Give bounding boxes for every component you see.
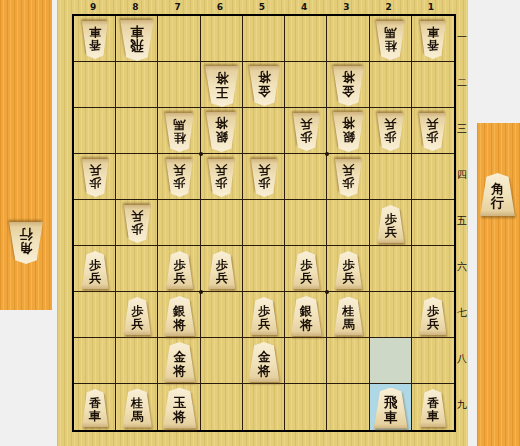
- piece-kanji: 王将: [215, 71, 228, 99]
- piece-kanji: 角行: [20, 228, 33, 256]
- kanji-char: 車: [89, 410, 101, 423]
- gote-lance[interactable]: 香車: [419, 21, 447, 59]
- piece-kanji: 歩兵: [427, 305, 439, 330]
- piece-body: 歩兵: [250, 159, 279, 197]
- piece-body: 桂馬: [122, 389, 153, 428]
- kanji-char: 将: [173, 364, 186, 377]
- kanji-char: 馬: [131, 410, 143, 423]
- rank-label-5: 五: [454, 198, 470, 244]
- kanji-char: 兵: [258, 164, 270, 177]
- sente-pawn[interactable]: 歩兵: [418, 297, 447, 335]
- piece-body: 歩兵: [165, 251, 194, 289]
- piece-body: 歩兵: [123, 297, 152, 335]
- piece-kanji: 香車: [89, 397, 101, 422]
- sente-hand-stand: 角行: [477, 123, 520, 446]
- file-label-8: 8: [114, 0, 156, 14]
- kanji-char: 桂: [385, 39, 397, 52]
- kanji-char: 将: [173, 410, 186, 424]
- kanji-char: 兵: [174, 164, 186, 177]
- piece-body: 香車: [419, 389, 447, 427]
- sente-pawn[interactable]: 歩兵: [123, 297, 152, 335]
- file-label-5: 5: [241, 0, 283, 14]
- piece-kanji: 金将: [258, 350, 271, 377]
- gote-lance[interactable]: 香車: [81, 21, 109, 59]
- piece-body: 銀将: [290, 296, 323, 336]
- rank-labels: 一二三四五六七八九: [454, 14, 470, 428]
- piece-body: 歩兵: [250, 297, 279, 335]
- piece-body: 歩兵: [418, 113, 447, 151]
- rank-label-6: 六: [454, 244, 470, 290]
- kanji-char: 兵: [342, 164, 354, 177]
- file-label-9: 9: [72, 0, 114, 14]
- gote-pawn[interactable]: 歩兵: [292, 113, 321, 151]
- kanji-char: 将: [173, 318, 186, 331]
- rank-label-4: 四: [454, 152, 470, 198]
- piece-body: 歩兵: [376, 113, 405, 151]
- sente-lance[interactable]: 香車: [419, 389, 447, 427]
- piece-kanji: 桂馬: [385, 26, 397, 51]
- piece-body: 歩兵: [334, 159, 363, 197]
- piece-kanji: 歩兵: [89, 259, 101, 284]
- sente-pawn[interactable]: 歩兵: [81, 251, 110, 289]
- kanji-char: 馬: [174, 118, 186, 131]
- kanji-char: 行: [20, 228, 33, 242]
- piece-body: 歩兵: [376, 205, 405, 243]
- piece-body: 歩兵: [418, 297, 447, 335]
- kanji-char: 歩: [258, 305, 270, 318]
- kanji-char: 兵: [89, 164, 101, 177]
- piece-body: 金将: [248, 66, 281, 106]
- piece-body: 歩兵: [123, 205, 152, 243]
- piece-kanji: 歩兵: [258, 305, 270, 330]
- file-label-7: 7: [156, 0, 198, 14]
- sente-pawn[interactable]: 歩兵: [250, 297, 279, 335]
- piece-kanji: 飛車: [131, 24, 145, 53]
- kanji-char: 銀: [300, 304, 313, 317]
- piece-body: 桂馬: [375, 21, 406, 60]
- kanji-char: 歩: [174, 259, 186, 272]
- kanji-char: 歩: [131, 223, 143, 236]
- kanji-char: 歩: [131, 305, 143, 318]
- file-labels: 987654321: [72, 0, 452, 14]
- kanji-char: 将: [258, 71, 271, 84]
- gote-gold[interactable]: 金将: [332, 66, 365, 106]
- kanji-char: 兵: [89, 272, 101, 285]
- gote-knight[interactable]: 桂馬: [164, 113, 195, 152]
- kanji-char: 馬: [342, 318, 354, 331]
- gote-pawn[interactable]: 歩兵: [376, 113, 405, 151]
- kanji-char: 歩: [258, 177, 270, 190]
- piece-body: 歩兵: [81, 251, 110, 289]
- sente-king[interactable]: 玉将: [162, 388, 198, 429]
- piece-kanji: 歩兵: [216, 259, 228, 284]
- kanji-char: 歩: [427, 305, 439, 318]
- piece-body: 歩兵: [207, 159, 236, 197]
- shogi-board-panel: 987654321 一二三四五六七八九 香車飛車桂馬香車王将金将金将桂馬銀将歩兵…: [57, 0, 468, 446]
- gote-silver[interactable]: 銀将: [332, 112, 365, 152]
- piece-kanji: 歩兵: [89, 164, 101, 189]
- kanji-char: 金: [342, 85, 355, 98]
- piece-kanji: 歩兵: [258, 164, 270, 189]
- kanji-char: 兵: [385, 226, 397, 239]
- sente-knight[interactable]: 桂馬: [333, 297, 364, 336]
- kanji-char: 歩: [385, 131, 397, 144]
- kanji-char: 桂: [342, 305, 354, 318]
- kanji-char: 兵: [216, 272, 228, 285]
- gote-silver[interactable]: 銀将: [205, 112, 238, 152]
- gote-rook[interactable]: 飛車: [119, 20, 155, 61]
- file-label-1: 1: [410, 0, 452, 14]
- piece-body: 金将: [248, 342, 281, 382]
- kanji-char: 歩: [89, 259, 101, 272]
- sente-knight[interactable]: 桂馬: [122, 389, 153, 428]
- sente-bishop[interactable]: 角行: [479, 173, 516, 216]
- piece-kanji: 歩兵: [300, 118, 312, 143]
- piece-kanji: 角行: [491, 182, 504, 210]
- piece-kanji: 銀将: [216, 117, 229, 144]
- piece-body: 桂馬: [164, 113, 195, 152]
- piece-kanji: 銀将: [300, 304, 313, 331]
- piece-kanji: 歩兵: [131, 210, 143, 235]
- piece-body: 歩兵: [292, 113, 321, 151]
- kanji-char: 金: [173, 350, 186, 363]
- kanji-char: 飛: [131, 39, 145, 53]
- piece-body: 角行: [8, 222, 44, 264]
- sente-pawn[interactable]: 歩兵: [292, 251, 321, 289]
- piece-kanji: 歩兵: [174, 164, 186, 189]
- file-label-3: 3: [325, 0, 367, 14]
- sente-silver[interactable]: 銀将: [290, 296, 323, 336]
- kanji-char: 角: [491, 182, 504, 196]
- kanji-char: 将: [300, 318, 313, 331]
- piece-kanji: 銀将: [342, 117, 355, 144]
- kanji-char: 行: [491, 196, 504, 210]
- rank-label-9: 九: [454, 382, 470, 428]
- kanji-char: 銀: [173, 304, 186, 317]
- gote-king[interactable]: 王将: [204, 66, 240, 107]
- sente-pawn[interactable]: 歩兵: [376, 205, 405, 243]
- piece-body: 王将: [204, 66, 240, 107]
- gote-gold[interactable]: 金将: [248, 66, 281, 106]
- kanji-char: 香: [427, 39, 439, 52]
- kanji-char: 将: [258, 364, 271, 377]
- kanji-char: 桂: [174, 131, 186, 144]
- shogi-board: 香車飛車桂馬香車王将金将金将桂馬銀将歩兵銀将歩兵歩兵歩兵歩兵歩兵歩兵歩兵歩兵歩兵…: [72, 14, 456, 432]
- piece-kanji: 歩兵: [342, 164, 354, 189]
- kanji-char: 桂: [131, 397, 143, 410]
- piece-body: 銀将: [332, 112, 365, 152]
- piece-kanji: 玉将: [173, 396, 186, 424]
- sente-lance[interactable]: 香車: [81, 389, 109, 427]
- kanji-char: 車: [427, 26, 439, 39]
- piece-body: 香車: [81, 389, 109, 427]
- gote-pawn[interactable]: 歩兵: [81, 159, 110, 197]
- kanji-char: 王: [215, 85, 228, 99]
- gote-knight[interactable]: 桂馬: [375, 21, 406, 60]
- piece-layer: 香車飛車桂馬香車王将金将金将桂馬銀将歩兵銀将歩兵歩兵歩兵歩兵歩兵歩兵歩兵歩兵歩兵…: [74, 16, 454, 430]
- piece-body: 歩兵: [334, 251, 363, 289]
- kanji-char: 兵: [300, 118, 312, 131]
- sente-pawn[interactable]: 歩兵: [334, 251, 363, 289]
- piece-kanji: 桂馬: [131, 397, 143, 422]
- piece-kanji: 歩兵: [385, 213, 397, 238]
- gote-pawn[interactable]: 歩兵: [165, 159, 194, 197]
- kanji-char: 金: [258, 85, 271, 98]
- rank-label-7: 七: [454, 290, 470, 336]
- piece-kanji: 金将: [342, 71, 355, 98]
- kanji-char: 歩: [342, 177, 354, 190]
- piece-kanji: 飛車: [384, 395, 398, 424]
- kanji-char: 兵: [131, 318, 143, 331]
- piece-body: 歩兵: [292, 251, 321, 289]
- piece-body: 香車: [419, 21, 447, 59]
- gote-pawn[interactable]: 歩兵: [207, 159, 236, 197]
- piece-kanji: 歩兵: [342, 259, 354, 284]
- piece-body: 角行: [479, 173, 516, 216]
- kanji-char: 歩: [427, 131, 439, 144]
- piece-kanji: 桂馬: [342, 305, 354, 330]
- kanji-char: 兵: [300, 272, 312, 285]
- gote-bishop[interactable]: 角行: [8, 222, 44, 264]
- gote-hand-stand: 角行: [0, 0, 52, 310]
- piece-kanji: 歩兵: [300, 259, 312, 284]
- piece-body: 歩兵: [207, 251, 236, 289]
- kanji-char: 兵: [342, 272, 354, 285]
- kanji-char: 車: [384, 410, 398, 424]
- kanji-char: 将: [342, 71, 355, 84]
- kanji-char: 香: [89, 39, 101, 52]
- piece-body: 歩兵: [81, 159, 110, 197]
- kanji-char: 車: [427, 410, 439, 423]
- kanji-char: 歩: [300, 131, 312, 144]
- piece-body: 飛車: [119, 20, 155, 61]
- rank-label-2: 二: [454, 60, 470, 106]
- piece-body: 銀将: [205, 112, 238, 152]
- piece-body: 歩兵: [165, 159, 194, 197]
- piece-body: 香車: [81, 21, 109, 59]
- file-label-6: 6: [199, 0, 241, 14]
- rank-label-8: 八: [454, 336, 470, 382]
- gote-pawn[interactable]: 歩兵: [418, 113, 447, 151]
- rank-label-3: 三: [454, 106, 470, 152]
- piece-body: 玉将: [162, 388, 198, 429]
- kanji-char: 飛: [384, 395, 398, 409]
- kanji-char: 歩: [216, 259, 228, 272]
- piece-kanji: 歩兵: [385, 118, 397, 143]
- file-label-4: 4: [283, 0, 325, 14]
- file-label-2: 2: [368, 0, 410, 14]
- kanji-char: 将: [216, 117, 229, 130]
- kanji-char: 歩: [174, 177, 186, 190]
- piece-kanji: 香車: [89, 26, 101, 51]
- kanji-char: 将: [342, 117, 355, 130]
- gote-pawn[interactable]: 歩兵: [123, 205, 152, 243]
- kanji-char: 兵: [427, 318, 439, 331]
- kanji-char: 車: [131, 24, 145, 38]
- gote-pawn[interactable]: 歩兵: [334, 159, 363, 197]
- kanji-char: 兵: [216, 164, 228, 177]
- kanji-char: 歩: [385, 213, 397, 226]
- piece-kanji: 銀将: [173, 304, 186, 331]
- piece-kanji: 歩兵: [131, 305, 143, 330]
- piece-body: 金将: [332, 66, 365, 106]
- piece-kanji: 香車: [427, 397, 439, 422]
- kanji-char: 歩: [300, 259, 312, 272]
- kanji-char: 歩: [216, 177, 228, 190]
- piece-kanji: 桂馬: [174, 118, 186, 143]
- sente-silver[interactable]: 銀将: [163, 296, 196, 336]
- kanji-char: 車: [89, 26, 101, 39]
- piece-body: 銀将: [163, 296, 196, 336]
- kanji-char: 角: [20, 242, 33, 256]
- sente-pawn[interactable]: 歩兵: [207, 251, 236, 289]
- sente-rook[interactable]: 飛車: [373, 388, 409, 429]
- piece-kanji: 歩兵: [174, 259, 186, 284]
- sente-pawn[interactable]: 歩兵: [165, 251, 194, 289]
- kanji-char: 兵: [131, 210, 143, 223]
- sente-gold[interactable]: 金将: [163, 342, 196, 382]
- kanji-char: 香: [427, 397, 439, 410]
- kanji-char: 兵: [258, 318, 270, 331]
- kanji-char: 銀: [342, 131, 355, 144]
- piece-body: 桂馬: [333, 297, 364, 336]
- kanji-char: 将: [215, 71, 228, 85]
- kanji-char: 金: [258, 350, 271, 363]
- piece-body: 金将: [163, 342, 196, 382]
- gote-pawn[interactable]: 歩兵: [250, 159, 279, 197]
- sente-gold[interactable]: 金将: [248, 342, 281, 382]
- piece-kanji: 金将: [258, 71, 271, 98]
- kanji-char: 兵: [174, 272, 186, 285]
- kanji-char: 馬: [385, 26, 397, 39]
- kanji-char: 歩: [89, 177, 101, 190]
- kanji-char: 歩: [342, 259, 354, 272]
- piece-body: 飛車: [373, 388, 409, 429]
- piece-kanji: 歩兵: [216, 164, 228, 189]
- kanji-char: 兵: [427, 118, 439, 131]
- kanji-char: 兵: [385, 118, 397, 131]
- piece-kanji: 金将: [173, 350, 186, 377]
- rank-label-1: 一: [454, 14, 470, 60]
- kanji-char: 銀: [216, 131, 229, 144]
- piece-kanji: 歩兵: [427, 118, 439, 143]
- piece-kanji: 香車: [427, 26, 439, 51]
- kanji-char: 香: [89, 397, 101, 410]
- kanji-char: 玉: [173, 396, 186, 410]
